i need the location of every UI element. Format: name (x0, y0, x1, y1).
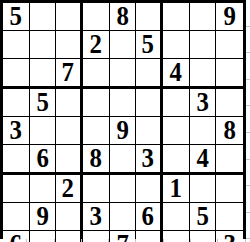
given-digit: 6 (142, 203, 154, 230)
given-digit: 9 (36, 203, 48, 230)
cell-r3c6[interactable] (136, 59, 163, 89)
cell-r4c6[interactable] (136, 89, 163, 117)
cell-r5c3[interactable] (56, 117, 83, 145)
given-digit: 9 (223, 3, 235, 30)
given-digit: 8 (90, 145, 102, 172)
cell-r8c6[interactable]: 6 (136, 203, 163, 231)
cell-r6c6[interactable]: 3 (136, 145, 163, 175)
cell-r7c6[interactable] (136, 175, 163, 203)
given-digit: 8 (223, 117, 235, 144)
cell-r6c2[interactable]: 6 (30, 145, 57, 175)
cell-r5c7[interactable] (163, 117, 190, 145)
cell-r5c9[interactable]: 8 (216, 117, 243, 145)
cell-r7c3[interactable]: 2 (56, 175, 83, 203)
cell-r5c8[interactable] (190, 117, 217, 145)
sudoku-board: 5892574533986834219365673 (0, 0, 246, 239)
cell-r7c1[interactable] (3, 175, 30, 203)
cell-r8c9[interactable] (216, 203, 243, 231)
given-digit: 3 (10, 117, 22, 144)
cell-r6c1[interactable] (3, 145, 30, 175)
cell-r5c1[interactable]: 3 (3, 117, 30, 145)
cell-r5c6[interactable] (136, 117, 163, 145)
cell-r6c3[interactable] (56, 145, 83, 175)
cell-r1c6[interactable] (136, 3, 163, 31)
cell-r3c8[interactable] (190, 59, 217, 89)
cell-r6c4[interactable]: 8 (83, 145, 110, 175)
cell-r5c2[interactable] (30, 117, 57, 145)
cell-r3c7[interactable]: 4 (163, 59, 190, 89)
cell-r4c1[interactable] (3, 89, 30, 117)
cell-r4c5[interactable] (110, 89, 137, 117)
cell-r3c5[interactable] (110, 59, 137, 89)
cell-r3c4[interactable] (83, 59, 110, 89)
cell-r4c9[interactable] (216, 89, 243, 117)
cell-r2c3[interactable] (56, 31, 83, 59)
cell-r5c5[interactable]: 9 (110, 117, 137, 145)
cell-r1c5[interactable]: 8 (110, 3, 137, 31)
cell-r2c6[interactable]: 5 (136, 31, 163, 59)
cell-r8c1[interactable] (3, 203, 30, 231)
cell-r1c1[interactable]: 5 (3, 3, 30, 31)
cell-r8c4[interactable]: 3 (83, 203, 110, 231)
cell-r2c1[interactable] (3, 31, 30, 59)
cell-r1c8[interactable] (190, 3, 217, 31)
cell-r4c3[interactable] (56, 89, 83, 117)
given-digit: 5 (142, 31, 154, 58)
cell-r8c5[interactable] (110, 203, 137, 231)
given-digit: 4 (170, 59, 182, 86)
given-digit: 3 (142, 145, 154, 172)
cell-r7c8[interactable] (190, 175, 217, 203)
cell-r7c9[interactable] (216, 175, 243, 203)
cell-r4c8[interactable]: 3 (190, 89, 217, 117)
sudoku-puzzle: 5892574533986834219365673 (0, 0, 250, 242)
cell-r4c2[interactable]: 5 (30, 89, 57, 117)
given-digit: 3 (196, 89, 208, 116)
given-digit: 2 (62, 175, 74, 202)
cell-r6c9[interactable] (216, 145, 243, 175)
cell-r2c9[interactable] (216, 31, 243, 59)
cell-r7c2[interactable] (30, 175, 57, 203)
given-digit: 5 (196, 203, 208, 230)
given-digit: 7 (62, 59, 74, 86)
right-margin-gridline-ticks (246, 0, 250, 239)
cell-r4c4[interactable] (83, 89, 110, 117)
cell-r8c8[interactable]: 5 (190, 203, 217, 231)
cell-r3c9[interactable] (216, 59, 243, 89)
given-digit: 4 (196, 145, 208, 172)
cell-r3c3[interactable]: 7 (56, 59, 83, 89)
cell-r6c8[interactable]: 4 (190, 145, 217, 175)
cell-r2c5[interactable] (110, 31, 137, 59)
cell-r1c2[interactable] (30, 3, 57, 31)
given-digit: 9 (116, 117, 128, 144)
cell-r3c1[interactable] (3, 59, 30, 89)
cell-r1c4[interactable] (83, 3, 110, 31)
cell-r3c2[interactable] (30, 59, 57, 89)
cell-r8c3[interactable] (56, 203, 83, 231)
given-digit: 1 (170, 175, 182, 202)
cell-r1c7[interactable] (163, 3, 190, 31)
cell-r8c7[interactable] (163, 203, 190, 231)
cell-r1c9[interactable]: 9 (216, 3, 243, 31)
cell-r7c7[interactable]: 1 (163, 175, 190, 203)
cell-r6c7[interactable] (163, 145, 190, 175)
cell-r7c5[interactable] (110, 175, 137, 203)
cell-r6c5[interactable] (110, 145, 137, 175)
given-digit: 3 (90, 203, 102, 230)
cell-r4c7[interactable] (163, 89, 190, 117)
given-digit: 8 (116, 3, 128, 30)
given-digit: 6 (36, 145, 48, 172)
cell-r1c3[interactable] (56, 3, 83, 31)
cell-r2c7[interactable] (163, 31, 190, 59)
cell-r2c2[interactable] (30, 31, 57, 59)
given-digit: 2 (90, 31, 102, 58)
given-digit: 5 (10, 3, 22, 30)
cell-r8c2[interactable]: 9 (30, 203, 57, 231)
cell-r5c4[interactable] (83, 117, 110, 145)
cell-r7c4[interactable] (83, 175, 110, 203)
cell-r2c4[interactable]: 2 (83, 31, 110, 59)
given-digit: 5 (36, 89, 48, 116)
cell-r2c8[interactable] (190, 31, 217, 59)
